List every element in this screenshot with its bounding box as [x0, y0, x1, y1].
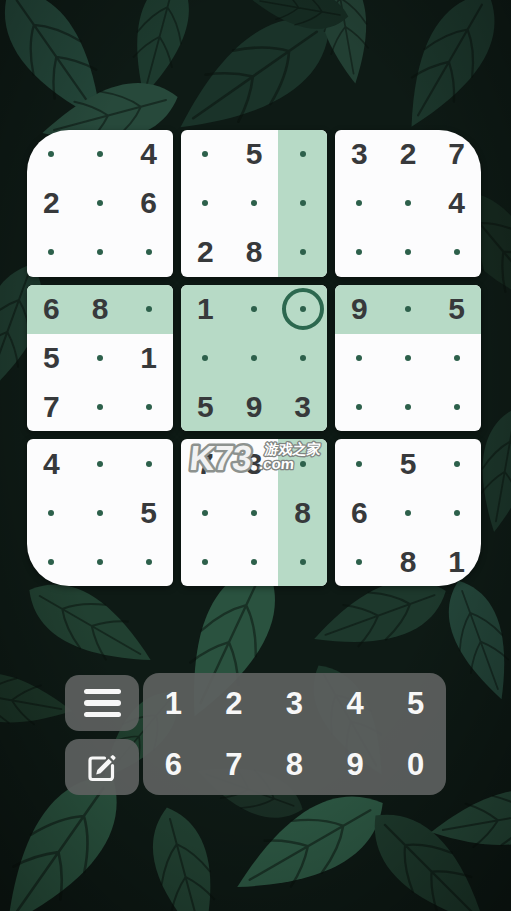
- numpad-key-6[interactable]: 6: [143, 734, 204, 795]
- sudoku-cell-r9c4[interactable]: [181, 537, 230, 586]
- sudoku-cell-r3c7[interactable]: [335, 228, 384, 277]
- cell-dot: [356, 200, 362, 206]
- cell-number: 9: [351, 294, 368, 324]
- numpad-key-7[interactable]: 7: [204, 734, 265, 795]
- sudoku-cell-r7c2[interactable]: [76, 439, 125, 488]
- sudoku-cell-r9c1[interactable]: [27, 537, 76, 586]
- cell-number: 1: [197, 294, 214, 324]
- cell-dot: [300, 559, 306, 565]
- cell-dot: [356, 249, 362, 255]
- cell-dot: [202, 510, 208, 516]
- sudoku-cell-r3c5[interactable]: 8: [230, 228, 279, 277]
- selection-ring: [282, 288, 324, 330]
- sudoku-cell-r3c4[interactable]: 2: [181, 228, 230, 277]
- sudoku-cell-r5c7[interactable]: [335, 334, 384, 383]
- cell-number: 5: [448, 294, 465, 324]
- cell-dot: [356, 404, 362, 410]
- sudoku-cell-r1c4[interactable]: [181, 130, 230, 179]
- sudoku-cell-r1c2[interactable]: [76, 130, 125, 179]
- sudoku-box: 5681: [335, 439, 481, 586]
- cell-number: 7: [197, 449, 214, 479]
- numpad-key-1[interactable]: 1: [143, 673, 204, 734]
- cell-dot: [202, 151, 208, 157]
- cell-number: 1: [140, 343, 157, 373]
- cell-dot: [97, 151, 103, 157]
- sudoku-cell-r3c2[interactable]: [76, 228, 125, 277]
- sudoku-cell-r3c8[interactable]: [384, 228, 433, 277]
- sudoku-cell-r2c5[interactable]: [230, 179, 279, 228]
- cell-dot: [97, 249, 103, 255]
- cell-number: 6: [43, 294, 60, 324]
- sudoku-cell-r1c5[interactable]: 5: [230, 130, 279, 179]
- numpad-key-2[interactable]: 2: [204, 673, 265, 734]
- cell-dot: [48, 559, 54, 565]
- sudoku-cell-r6c4[interactable]: 5: [181, 382, 230, 431]
- sudoku-cell-r5c9[interactable]: [432, 334, 481, 383]
- cell-dot: [202, 559, 208, 565]
- cell-number: 4: [448, 188, 465, 218]
- sudoku-cell-r4c6[interactable]: [278, 285, 327, 334]
- cell-dot: [251, 510, 257, 516]
- sudoku-cell-r6c1[interactable]: 7: [27, 382, 76, 431]
- cell-number: 8: [92, 294, 109, 324]
- sudoku-cell-r4c2[interactable]: 8: [76, 285, 125, 334]
- sudoku-cell-r3c9[interactable]: [432, 228, 481, 277]
- cell-dot: [356, 559, 362, 565]
- cell-dot: [454, 510, 460, 516]
- cell-dot: [300, 461, 306, 467]
- sudoku-cell-r3c6[interactable]: [278, 228, 327, 277]
- numpad-key-5[interactable]: 5: [385, 673, 446, 734]
- cell-number: 5: [197, 392, 214, 422]
- sudoku-cell-r6c8[interactable]: [384, 382, 433, 431]
- sudoku-cell-r6c2[interactable]: [76, 382, 125, 431]
- sudoku-cell-r7c1[interactable]: 4: [27, 439, 76, 488]
- sudoku-cell-r9c3[interactable]: [124, 537, 173, 586]
- sudoku-cell-r4c1[interactable]: 6: [27, 285, 76, 334]
- cell-dot: [202, 200, 208, 206]
- sudoku-cell-r4c7[interactable]: 9: [335, 285, 384, 334]
- cell-dot: [300, 200, 306, 206]
- sudoku-box: 528: [181, 130, 327, 277]
- numpad-key-4[interactable]: 4: [325, 673, 386, 734]
- sudoku-cell-r8c8[interactable]: [384, 488, 433, 537]
- cell-number: 3: [294, 392, 311, 422]
- cell-dot: [405, 404, 411, 410]
- sudoku-cell-r2c1[interactable]: 2: [27, 179, 76, 228]
- sudoku-cell-r6c5[interactable]: 9: [230, 382, 279, 431]
- numpad: 1234567890: [143, 673, 446, 795]
- cell-dot: [251, 355, 257, 361]
- sudoku-cell-r6c3[interactable]: [124, 382, 173, 431]
- sudoku-cell-r9c7[interactable]: [335, 537, 384, 586]
- sudoku-cell-r1c7[interactable]: 3: [335, 130, 384, 179]
- cell-number: 9: [246, 392, 263, 422]
- cell-number: 2: [43, 188, 60, 218]
- sudoku-cell-r7c8[interactable]: 5: [384, 439, 433, 488]
- sudoku-cell-r6c9[interactable]: [432, 382, 481, 431]
- sudoku-cell-r7c3[interactable]: [124, 439, 173, 488]
- cell-number: 5: [400, 449, 417, 479]
- cell-dot: [356, 355, 362, 361]
- cell-dot: [97, 510, 103, 516]
- cell-dot: [48, 249, 54, 255]
- cell-dot: [48, 510, 54, 516]
- cell-dot: [48, 151, 54, 157]
- sudoku-cell-r5c8[interactable]: [384, 334, 433, 383]
- cell-number: 6: [140, 188, 157, 218]
- sudoku-cell-r8c9[interactable]: [432, 488, 481, 537]
- cell-dot: [146, 306, 152, 312]
- cell-number: 8: [246, 237, 263, 267]
- cell-dot: [251, 559, 257, 565]
- cell-number: 4: [43, 449, 60, 479]
- sudoku-cell-r2c7[interactable]: [335, 179, 384, 228]
- sudoku-cell-r5c2[interactable]: [76, 334, 125, 383]
- cell-dot: [300, 151, 306, 157]
- cell-dot: [405, 200, 411, 206]
- sudoku-cell-r1c3[interactable]: 4: [124, 130, 173, 179]
- sudoku-cell-r3c3[interactable]: [124, 228, 173, 277]
- sudoku-cell-r5c6[interactable]: [278, 334, 327, 383]
- cell-dot: [300, 249, 306, 255]
- sudoku-cell-r1c6[interactable]: [278, 130, 327, 179]
- cell-dot: [97, 200, 103, 206]
- cell-number: 6: [351, 498, 368, 528]
- sudoku-cell-r4c8[interactable]: [384, 285, 433, 334]
- menu-button[interactable]: [65, 675, 139, 731]
- sudoku-cell-r1c1[interactable]: [27, 130, 76, 179]
- sudoku-cell-r2c2[interactable]: [76, 179, 125, 228]
- sudoku-cell-r5c4[interactable]: [181, 334, 230, 383]
- cell-dot: [97, 461, 103, 467]
- numpad-key-8[interactable]: 8: [264, 734, 325, 795]
- cell-number: 3: [246, 449, 263, 479]
- cell-dot: [454, 461, 460, 467]
- sudoku-cell-r7c9[interactable]: [432, 439, 481, 488]
- edit-button[interactable]: [65, 739, 139, 795]
- sudoku-cell-r4c4[interactable]: 1: [181, 285, 230, 334]
- sudoku-cell-r8c6[interactable]: 8: [278, 488, 327, 537]
- sudoku-cell-r4c5[interactable]: [230, 285, 279, 334]
- cell-number: 7: [43, 392, 60, 422]
- pencil-square-icon: [84, 749, 120, 785]
- sudoku-cell-r8c4[interactable]: [181, 488, 230, 537]
- sudoku-box: 45: [27, 439, 173, 586]
- sudoku-box: 95: [335, 285, 481, 432]
- cell-number: 8: [294, 498, 311, 528]
- cell-number: 5: [246, 139, 263, 169]
- sudoku-cell-r5c1[interactable]: 5: [27, 334, 76, 383]
- sudoku-cell-r8c7[interactable]: 6: [335, 488, 384, 537]
- sudoku-cell-r8c5[interactable]: [230, 488, 279, 537]
- sudoku-cell-r1c9[interactable]: 7: [432, 130, 481, 179]
- sudoku-cell-r1c8[interactable]: 2: [384, 130, 433, 179]
- cell-dot: [97, 355, 103, 361]
- sudoku-board: 426528327468517159395457385681: [27, 130, 481, 586]
- numpad-key-3[interactable]: 3: [264, 673, 325, 734]
- cell-dot: [97, 404, 103, 410]
- sudoku-box: 426: [27, 130, 173, 277]
- sudoku-cell-r9c6[interactable]: [278, 537, 327, 586]
- sudoku-box: 68517: [27, 285, 173, 432]
- cell-dot: [251, 306, 257, 312]
- sudoku-cell-r8c3[interactable]: 5: [124, 488, 173, 537]
- cell-number: 4: [140, 139, 157, 169]
- cell-dot: [146, 461, 152, 467]
- cell-dot: [405, 306, 411, 312]
- sudoku-cell-r5c5[interactable]: [230, 334, 279, 383]
- cell-number: 3: [351, 139, 368, 169]
- sudoku-cell-r8c2[interactable]: [76, 488, 125, 537]
- cell-dot: [146, 404, 152, 410]
- cell-number: 8: [400, 547, 417, 577]
- hamburger-icon: [84, 689, 121, 718]
- sudoku-cell-r9c8[interactable]: 8: [384, 537, 433, 586]
- cell-number: 2: [197, 237, 214, 267]
- sudoku-cell-r2c3[interactable]: 6: [124, 179, 173, 228]
- cell-dot: [405, 355, 411, 361]
- sudoku-cell-r2c4[interactable]: [181, 179, 230, 228]
- cell-dot: [405, 249, 411, 255]
- sudoku-cell-r7c7[interactable]: [335, 439, 384, 488]
- cell-dot: [146, 249, 152, 255]
- sudoku-cell-r4c3[interactable]: [124, 285, 173, 334]
- cell-dot: [97, 559, 103, 565]
- cell-number: 5: [140, 498, 157, 528]
- cell-dot: [146, 559, 152, 565]
- sudoku-cell-r7c5[interactable]: 3: [230, 439, 279, 488]
- cell-dot: [454, 249, 460, 255]
- cell-dot: [356, 461, 362, 467]
- sudoku-cell-r3c1[interactable]: [27, 228, 76, 277]
- sudoku-cell-r2c6[interactable]: [278, 179, 327, 228]
- cell-dot: [405, 510, 411, 516]
- sudoku-cell-r9c2[interactable]: [76, 537, 125, 586]
- sudoku-box: 738: [181, 439, 327, 586]
- sudoku-cell-r8c1[interactable]: [27, 488, 76, 537]
- sudoku-box: 1593: [181, 285, 327, 432]
- cell-number: 5: [43, 343, 60, 373]
- sudoku-cell-r7c6[interactable]: [278, 439, 327, 488]
- numpad-key-9[interactable]: 9: [325, 734, 386, 795]
- sudoku-cell-r6c6[interactable]: 3: [278, 382, 327, 431]
- cell-number: 2: [400, 139, 417, 169]
- sudoku-cell-r4c9[interactable]: 5: [432, 285, 481, 334]
- sudoku-cell-r6c7[interactable]: [335, 382, 384, 431]
- cell-dot: [251, 200, 257, 206]
- sudoku-cell-r9c9[interactable]: 1: [432, 537, 481, 586]
- sudoku-cell-r9c5[interactable]: [230, 537, 279, 586]
- sudoku-cell-r5c3[interactable]: 1: [124, 334, 173, 383]
- sudoku-cell-r7c4[interactable]: 7: [181, 439, 230, 488]
- numpad-key-0[interactable]: 0: [385, 734, 446, 795]
- sudoku-cell-r2c9[interactable]: 4: [432, 179, 481, 228]
- cell-dot: [454, 355, 460, 361]
- cell-number: 1: [448, 547, 465, 577]
- sudoku-box: 3274: [335, 130, 481, 277]
- cell-dot: [202, 355, 208, 361]
- cell-dot: [454, 404, 460, 410]
- sudoku-cell-r2c8[interactable]: [384, 179, 433, 228]
- cell-dot: [300, 355, 306, 361]
- cell-number: 7: [448, 139, 465, 169]
